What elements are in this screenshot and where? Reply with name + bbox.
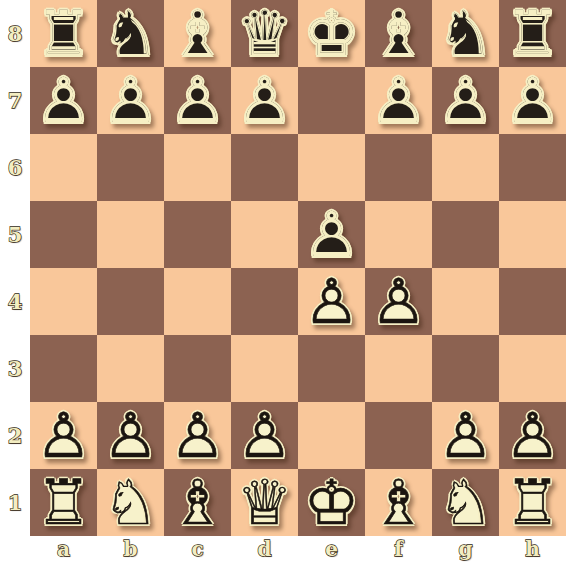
square-h5[interactable] [499,201,566,268]
square-e6[interactable] [298,134,365,201]
white-rook-outline: ♖ [30,469,97,536]
black-rook-outline: ♖ [30,0,97,67]
square-f6[interactable] [365,134,432,201]
square-f7[interactable]: ♟♙ [365,67,432,134]
black-pawn-outline: ♙ [30,67,97,134]
square-h6[interactable] [499,134,566,201]
square-f3[interactable] [365,335,432,402]
square-e1[interactable]: ♚♔ [298,469,365,536]
white-pawn[interactable]: ♟♙ [499,402,566,469]
square-c2[interactable]: ♟♙ [164,402,231,469]
square-e7[interactable] [298,67,365,134]
file-label-a: a [30,536,97,567]
square-g3[interactable] [432,335,499,402]
black-knight[interactable]: ♞♘ [97,0,164,67]
file-label-h: h [499,536,566,567]
square-h7[interactable]: ♟♙ [499,67,566,134]
black-rook[interactable]: ♜♖ [499,0,566,67]
black-pawn[interactable]: ♟♙ [231,67,298,134]
black-queen-outline: ♕ [231,0,298,67]
white-pawn-outline: ♙ [499,402,566,469]
square-g4[interactable] [432,268,499,335]
square-h1[interactable]: ♜♖ [499,469,566,536]
square-g6[interactable] [432,134,499,201]
black-king[interactable]: ♚♔ [298,0,365,67]
white-rook-outline: ♖ [499,469,566,536]
white-pawn[interactable]: ♟♙ [298,268,365,335]
square-d7[interactable]: ♟♙ [231,67,298,134]
square-b8[interactable]: ♞♘ [97,0,164,67]
rank-label-3: 3 [0,335,30,402]
square-b4[interactable] [97,268,164,335]
black-rook[interactable]: ♜♖ [30,0,97,67]
chess-board[interactable]: ♜♖♞♘♝♗♛♕♚♔♝♗♞♘♜♖♟♙♟♙♟♙♟♙♟♙♟♙♟♙♟♙♟♙♟♙♟♙♟♙… [30,0,566,536]
square-d5[interactable] [231,201,298,268]
square-g8[interactable]: ♞♘ [432,0,499,67]
black-bishop-outline: ♗ [365,0,432,67]
square-a2[interactable]: ♟♙ [30,402,97,469]
white-pawn[interactable]: ♟♙ [97,402,164,469]
white-king[interactable]: ♚♔ [298,469,365,536]
white-pawn-outline: ♙ [164,402,231,469]
square-c1[interactable]: ♝♗ [164,469,231,536]
square-d8[interactable]: ♛♕ [231,0,298,67]
file-label-f: f [365,536,432,567]
black-queen[interactable]: ♛♕ [231,0,298,67]
white-pawn[interactable]: ♟♙ [432,402,499,469]
black-pawn[interactable]: ♟♙ [164,67,231,134]
square-e4[interactable]: ♟♙ [298,268,365,335]
black-pawn[interactable]: ♟♙ [365,67,432,134]
white-pawn-outline: ♙ [298,268,365,335]
chess-diagram: 87654321 ♜♖♞♘♝♗♛♕♚♔♝♗♞♘♜♖♟♙♟♙♟♙♟♙♟♙♟♙♟♙♟… [0,0,566,567]
black-pawn[interactable]: ♟♙ [30,67,97,134]
square-b3[interactable] [97,335,164,402]
black-pawn-outline: ♙ [499,67,566,134]
square-d3[interactable] [231,335,298,402]
square-f1[interactable]: ♝♗ [365,469,432,536]
white-knight-outline: ♘ [97,469,164,536]
white-king-outline: ♔ [298,469,365,536]
square-a4[interactable] [30,268,97,335]
square-f4[interactable]: ♟♙ [365,268,432,335]
black-pawn-outline: ♙ [432,67,499,134]
square-b7[interactable]: ♟♙ [97,67,164,134]
square-b5[interactable] [97,201,164,268]
square-h4[interactable] [499,268,566,335]
file-label-c: c [164,536,231,567]
white-pawn-outline: ♙ [97,402,164,469]
black-pawn[interactable]: ♟♙ [499,67,566,134]
square-d4[interactable] [231,268,298,335]
black-pawn[interactable]: ♟♙ [432,67,499,134]
white-pawn[interactable]: ♟♙ [164,402,231,469]
white-queen-outline: ♕ [231,469,298,536]
square-h3[interactable] [499,335,566,402]
black-pawn-outline: ♙ [97,67,164,134]
rank-label-4: 4 [0,268,30,335]
white-knight[interactable]: ♞♘ [432,469,499,536]
square-a1[interactable]: ♜♖ [30,469,97,536]
black-pawn-outline: ♙ [365,67,432,134]
square-f8[interactable]: ♝♗ [365,0,432,67]
black-knight[interactable]: ♞♘ [432,0,499,67]
square-b1[interactable]: ♞♘ [97,469,164,536]
square-a7[interactable]: ♟♙ [30,67,97,134]
square-h8[interactable]: ♜♖ [499,0,566,67]
black-rook-outline: ♖ [499,0,566,67]
white-pawn-outline: ♙ [365,268,432,335]
square-g7[interactable]: ♟♙ [432,67,499,134]
black-knight-outline: ♘ [432,0,499,67]
square-e8[interactable]: ♚♔ [298,0,365,67]
square-e2[interactable] [298,402,365,469]
square-c5[interactable] [164,201,231,268]
file-label-d: d [231,536,298,567]
white-bishop[interactable]: ♝♗ [164,469,231,536]
white-pawn-outline: ♙ [432,402,499,469]
white-pawn-outline: ♙ [30,402,97,469]
rank-label-7: 7 [0,67,30,134]
white-knight[interactable]: ♞♘ [97,469,164,536]
square-e5[interactable]: ♟♙ [298,201,365,268]
black-king-outline: ♔ [298,0,365,67]
square-c3[interactable] [164,335,231,402]
black-pawn-outline: ♙ [298,201,365,268]
square-b2[interactable]: ♟♙ [97,402,164,469]
square-h2[interactable]: ♟♙ [499,402,566,469]
square-c8[interactable]: ♝♗ [164,0,231,67]
square-d6[interactable] [231,134,298,201]
white-pawn[interactable]: ♟♙ [231,402,298,469]
black-bishop[interactable]: ♝♗ [365,0,432,67]
square-c7[interactable]: ♟♙ [164,67,231,134]
black-pawn[interactable]: ♟♙ [97,67,164,134]
square-b6[interactable] [97,134,164,201]
white-rook[interactable]: ♜♖ [30,469,97,536]
square-f2[interactable] [365,402,432,469]
rank-labels: 87654321 [0,0,30,536]
white-knight-outline: ♘ [432,469,499,536]
square-c6[interactable] [164,134,231,201]
white-bishop-outline: ♗ [164,469,231,536]
square-d1[interactable]: ♛♕ [231,469,298,536]
rank-label-1: 1 [0,469,30,536]
square-c4[interactable] [164,268,231,335]
rank-label-5: 5 [0,201,30,268]
white-pawn[interactable]: ♟♙ [30,402,97,469]
square-a6[interactable] [30,134,97,201]
white-rook[interactable]: ♜♖ [499,469,566,536]
white-bishop[interactable]: ♝♗ [365,469,432,536]
black-pawn[interactable]: ♟♙ [298,201,365,268]
file-labels: abcdefgh [30,536,566,567]
square-g1[interactable]: ♞♘ [432,469,499,536]
square-g5[interactable] [432,201,499,268]
file-label-g: g [432,536,499,567]
white-pawn[interactable]: ♟♙ [365,268,432,335]
rank-label-6: 6 [0,134,30,201]
black-knight-outline: ♘ [97,0,164,67]
square-a3[interactable] [30,335,97,402]
square-d2[interactable]: ♟♙ [231,402,298,469]
square-a5[interactable] [30,201,97,268]
file-label-e: e [298,536,365,567]
rank-label-8: 8 [0,0,30,67]
white-pawn-outline: ♙ [231,402,298,469]
white-queen[interactable]: ♛♕ [231,469,298,536]
square-e3[interactable] [298,335,365,402]
square-f5[interactable] [365,201,432,268]
square-a8[interactable]: ♜♖ [30,0,97,67]
square-g2[interactable]: ♟♙ [432,402,499,469]
file-label-b: b [97,536,164,567]
rank-label-2: 2 [0,402,30,469]
black-bishop-outline: ♗ [164,0,231,67]
black-bishop[interactable]: ♝♗ [164,0,231,67]
black-pawn-outline: ♙ [231,67,298,134]
black-pawn-outline: ♙ [164,67,231,134]
white-bishop-outline: ♗ [365,469,432,536]
